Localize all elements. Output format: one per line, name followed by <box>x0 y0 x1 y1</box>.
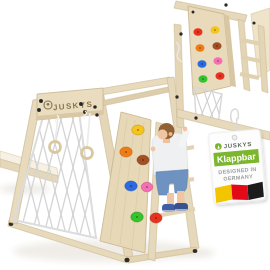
climbing-hold <box>214 57 223 65</box>
climbing-hold <box>131 212 143 222</box>
climbing-hold <box>194 28 203 36</box>
brand-beam: JUSKYS <box>37 88 103 123</box>
climbing-hold <box>132 125 144 135</box>
climbing-hold <box>216 72 225 80</box>
climbing-hold <box>120 147 132 157</box>
climbing-hold <box>141 182 153 192</box>
climbing-hold <box>199 75 208 83</box>
flag-ribbon-red <box>231 183 248 201</box>
gym-ring-right <box>82 148 93 159</box>
tag-hole <box>232 135 237 140</box>
main-climbing-frame: JUSKYS <box>0 77 199 263</box>
climbing-hold <box>196 44 205 52</box>
product-photo-canvas: JUSKYS <box>0 0 270 270</box>
child-leg <box>167 193 174 205</box>
folded-frame <box>174 1 270 140</box>
climbing-hold <box>137 155 149 165</box>
product-image: JUSKYS <box>0 0 270 270</box>
folded-climbing-panel <box>188 6 236 95</box>
climbing-hold <box>198 60 207 68</box>
child-ear <box>169 132 173 136</box>
climbing-hold <box>125 181 137 191</box>
climbing-hold <box>213 42 222 50</box>
child-face <box>158 130 168 140</box>
ring-rope <box>87 113 90 148</box>
climbing-hold <box>150 213 162 223</box>
child-hand <box>151 147 156 152</box>
child-leg <box>177 191 184 204</box>
climbing-hold <box>211 26 220 34</box>
